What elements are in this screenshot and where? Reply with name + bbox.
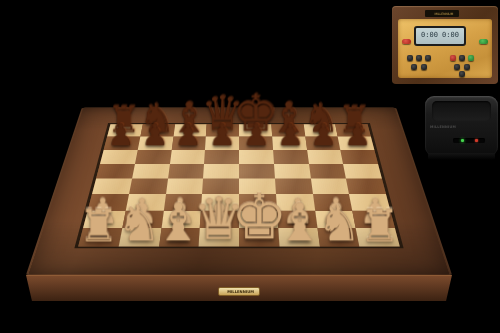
clock-ok-button[interactable] [479, 39, 488, 44]
square-h5[interactable] [343, 164, 382, 179]
square-c5[interactable] [168, 164, 205, 179]
square-g6[interactable] [307, 150, 344, 164]
square-b5[interactable] [132, 164, 170, 179]
square-e6[interactable] [239, 150, 274, 164]
clock-lcd-display: 0:00 0:00 [414, 26, 466, 46]
square-h6[interactable] [340, 150, 377, 164]
square-g1[interactable]: ♞ [317, 228, 360, 247]
piece-bp-d7[interactable]: ♟ [209, 122, 236, 150]
square-f1[interactable]: ♝ [278, 228, 319, 247]
chess-board: ♜♞♝♛♚♝♞♜♟♟♟♟♟♟♟♟♟♟♟♟♟♟♟♟♜♞♝♛♚♝♞♜ [26, 107, 453, 276]
square-e1[interactable]: ♚ [239, 228, 279, 247]
square-b7[interactable]: ♟ [138, 137, 174, 150]
piece-bp-f7[interactable]: ♟ [276, 122, 303, 150]
chesslink-module: MILLENNIUM [425, 96, 498, 156]
square-e7[interactable]: ♟ [239, 137, 273, 150]
square-d7[interactable]: ♟ [205, 137, 239, 150]
square-h7[interactable]: ♟ [338, 137, 374, 150]
piece-wn-b1[interactable]: ♞ [116, 201, 160, 246]
clock-faceplate: 0:00 0:00 [398, 19, 492, 78]
board-nameplate-text: MILLENNIUM [227, 289, 254, 293]
piece-bp-b7[interactable]: ♟ [141, 122, 168, 150]
clock-button-green[interactable] [468, 55, 474, 61]
piece-bp-e7[interactable]: ♟ [242, 122, 269, 150]
piece-bp-c7[interactable]: ♟ [175, 122, 202, 150]
chesslink-base [428, 153, 495, 160]
piece-wr-a1[interactable]: ♜ [78, 205, 118, 246]
green-led-indicator [461, 139, 464, 142]
piece-bp-h7[interactable]: ♟ [344, 122, 371, 150]
board-squares: ♜♞♝♛♚♝♞♜♟♟♟♟♟♟♟♟♟♟♟♟♟♟♟♟♜♞♝♛♚♝♞♜ [74, 123, 403, 248]
square-f5[interactable] [274, 164, 311, 179]
square-d5[interactable] [203, 164, 239, 179]
piece-wb-f1[interactable]: ♝ [276, 199, 322, 247]
scene-background: ♜♞♝♛♚♝♞♜♟♟♟♟♟♟♟♟♟♟♟♟♟♟♟♟♜♞♝♛♚♝♞♜ MILLENN… [0, 0, 500, 333]
clock-button-4[interactable] [411, 64, 417, 70]
clock-computer-unit: MILLENNIUM 0:00 0:00 [392, 6, 498, 84]
square-d1[interactable]: ♛ [199, 228, 239, 247]
piece-bp-a7[interactable]: ♟ [107, 122, 134, 150]
square-b1[interactable]: ♞ [118, 228, 161, 247]
square-h1[interactable]: ♜ [356, 228, 400, 247]
square-f6[interactable] [273, 150, 309, 164]
clock-brand-text: MILLENNIUM [434, 12, 453, 16]
piece-wn-g1[interactable]: ♞ [317, 201, 361, 246]
clock-cancel-button[interactable] [402, 39, 411, 44]
clock-button-3[interactable] [425, 55, 431, 61]
square-d6[interactable] [204, 150, 239, 164]
square-g7[interactable]: ♟ [305, 137, 341, 150]
clock-button-1[interactable] [407, 55, 413, 61]
clock-lcd-text: 0:00 0:00 [421, 31, 459, 39]
board-nameplate: MILLENNIUM [218, 287, 260, 296]
square-g5[interactable] [308, 164, 346, 179]
square-c7[interactable]: ♟ [171, 137, 206, 150]
square-a7[interactable]: ♟ [104, 137, 140, 150]
clock-button-5[interactable] [421, 64, 427, 70]
clock-button-9[interactable] [459, 71, 465, 77]
clock-brand-plate: MILLENNIUM [425, 10, 459, 17]
red-led-indicator [475, 139, 478, 142]
piece-wr-h1[interactable]: ♜ [360, 205, 400, 246]
clock-button-6[interactable] [459, 55, 465, 61]
square-f7[interactable]: ♟ [272, 137, 307, 150]
piece-wb-c1[interactable]: ♝ [156, 199, 202, 247]
clock-button-red[interactable] [450, 55, 456, 61]
square-a6[interactable] [100, 150, 137, 164]
chesslink-top-panel [432, 101, 491, 121]
clock-button-7[interactable] [454, 64, 460, 70]
square-c1[interactable]: ♝ [159, 228, 200, 247]
clock-button-8[interactable] [464, 64, 470, 70]
chesslink-led-strip [453, 138, 485, 143]
square-b6[interactable] [135, 150, 172, 164]
piece-bp-g7[interactable]: ♟ [310, 122, 337, 150]
square-a5[interactable] [96, 164, 135, 179]
square-e5[interactable] [239, 164, 275, 179]
square-a1[interactable]: ♜ [78, 228, 122, 247]
clock-button-2[interactable] [416, 55, 422, 61]
chesslink-brand-text: MILLENNIUM [430, 124, 466, 130]
square-c6[interactable] [170, 150, 206, 164]
